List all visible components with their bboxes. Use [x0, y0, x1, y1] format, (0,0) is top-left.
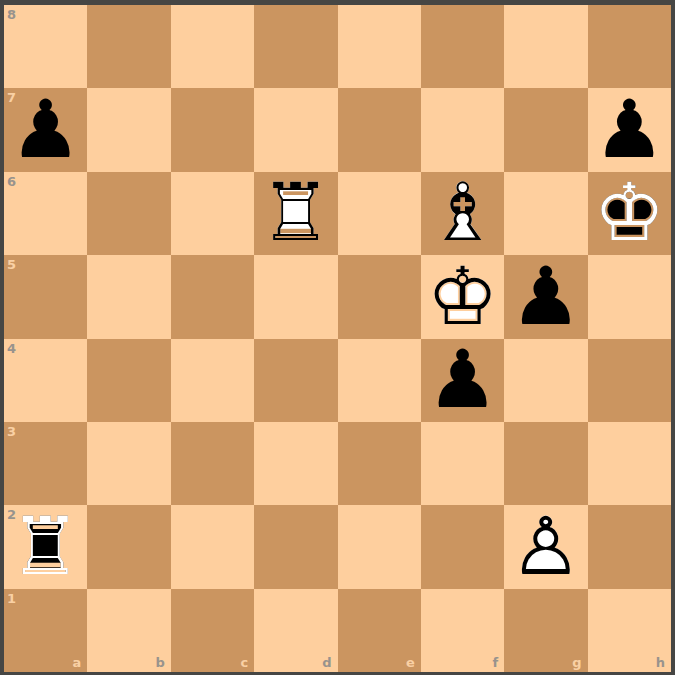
square-a3[interactable]: 3: [4, 422, 87, 505]
square-b3[interactable]: [87, 422, 170, 505]
square-g2[interactable]: ♟♙: [504, 505, 587, 588]
piece-black-pawn-a7[interactable]: ♟: [4, 88, 87, 171]
square-c6[interactable]: [171, 172, 254, 255]
file-label-c: c: [240, 656, 248, 669]
square-g5[interactable]: ♟: [504, 255, 587, 338]
file-label-d: d: [322, 656, 331, 669]
square-d4[interactable]: [254, 339, 337, 422]
square-f3[interactable]: [421, 422, 504, 505]
square-f7[interactable]: [421, 88, 504, 171]
black-king-outline-icon: ♔: [593, 173, 665, 253]
square-f6[interactable]: ♝♗: [421, 172, 504, 255]
rank-label-4: 4: [7, 342, 16, 355]
square-f1[interactable]: f: [421, 589, 504, 672]
square-h2[interactable]: [588, 505, 671, 588]
square-h4[interactable]: [588, 339, 671, 422]
square-g8[interactable]: [504, 5, 587, 88]
black-pawn-icon: ♟: [427, 340, 499, 420]
square-d5[interactable]: [254, 255, 337, 338]
square-g6[interactable]: [504, 172, 587, 255]
file-label-a: a: [73, 656, 82, 669]
piece-white-king-f5[interactable]: ♚♔: [421, 255, 504, 338]
piece-black-rook-a2[interactable]: ♜♖: [4, 505, 87, 588]
square-a8[interactable]: 8: [4, 5, 87, 88]
square-f4[interactable]: ♟: [421, 339, 504, 422]
square-h1[interactable]: h: [588, 589, 671, 672]
square-b8[interactable]: [87, 5, 170, 88]
square-h6[interactable]: ♚♔: [588, 172, 671, 255]
square-c3[interactable]: [171, 422, 254, 505]
file-label-h: h: [656, 656, 665, 669]
black-pawn-icon: ♟: [510, 257, 582, 337]
square-b5[interactable]: [87, 255, 170, 338]
square-c4[interactable]: [171, 339, 254, 422]
square-a4[interactable]: 4: [4, 339, 87, 422]
square-h8[interactable]: [588, 5, 671, 88]
rank-label-6: 6: [7, 175, 16, 188]
rank-label-1: 1: [7, 592, 16, 605]
square-b4[interactable]: [87, 339, 170, 422]
piece-white-bishop-f6[interactable]: ♝♗: [421, 172, 504, 255]
square-e7[interactable]: [338, 88, 421, 171]
file-label-b: b: [155, 656, 164, 669]
square-h3[interactable]: [588, 422, 671, 505]
black-pawn-icon: ♟: [593, 90, 665, 170]
square-h7[interactable]: ♟: [588, 88, 671, 171]
square-e6[interactable]: [338, 172, 421, 255]
square-c8[interactable]: [171, 5, 254, 88]
square-d7[interactable]: [254, 88, 337, 171]
square-c5[interactable]: [171, 255, 254, 338]
square-d1[interactable]: d: [254, 589, 337, 672]
white-king-outline-icon: ♔: [427, 257, 499, 337]
file-label-e: e: [406, 656, 415, 669]
square-a1[interactable]: 1a: [4, 589, 87, 672]
square-f8[interactable]: [421, 5, 504, 88]
square-d6[interactable]: ♜♖: [254, 172, 337, 255]
piece-black-pawn-f4[interactable]: ♟: [421, 339, 504, 422]
square-a7[interactable]: 7♟: [4, 88, 87, 171]
square-e1[interactable]: e: [338, 589, 421, 672]
black-rook-outline-icon: ♖: [10, 507, 82, 587]
square-f2[interactable]: [421, 505, 504, 588]
square-e2[interactable]: [338, 505, 421, 588]
piece-black-pawn-g5[interactable]: ♟: [504, 255, 587, 338]
square-a2[interactable]: 2♜♖: [4, 505, 87, 588]
chess-board: 87♟♟6♜♖♝♗♚♔5♚♔♟4♟32♜♖♟♙1abcdefgh: [4, 5, 671, 672]
square-d2[interactable]: [254, 505, 337, 588]
file-label-f: f: [493, 656, 499, 669]
square-b6[interactable]: [87, 172, 170, 255]
piece-white-rook-d6[interactable]: ♜♖: [254, 172, 337, 255]
square-b2[interactable]: [87, 505, 170, 588]
square-h5[interactable]: [588, 255, 671, 338]
square-d3[interactable]: [254, 422, 337, 505]
square-a5[interactable]: 5: [4, 255, 87, 338]
square-d8[interactable]: [254, 5, 337, 88]
white-bishop-outline-icon: ♗: [427, 173, 499, 253]
square-g7[interactable]: [504, 88, 587, 171]
square-e3[interactable]: [338, 422, 421, 505]
rank-label-3: 3: [7, 425, 16, 438]
square-e8[interactable]: [338, 5, 421, 88]
file-label-g: g: [572, 656, 581, 669]
square-b1[interactable]: b: [87, 589, 170, 672]
rank-label-5: 5: [7, 258, 16, 271]
white-rook-outline-icon: ♖: [260, 173, 332, 253]
square-g4[interactable]: [504, 339, 587, 422]
board-frame: 87♟♟6♜♖♝♗♚♔5♚♔♟4♟32♜♖♟♙1abcdefgh: [0, 0, 675, 675]
black-pawn-icon: ♟: [10, 90, 82, 170]
square-g1[interactable]: g: [504, 589, 587, 672]
square-a6[interactable]: 6: [4, 172, 87, 255]
rank-label-8: 8: [7, 8, 16, 21]
white-pawn-outline-icon: ♙: [510, 507, 582, 587]
square-c7[interactable]: [171, 88, 254, 171]
square-b7[interactable]: [87, 88, 170, 171]
square-e4[interactable]: [338, 339, 421, 422]
piece-black-king-h6[interactable]: ♚♔: [588, 172, 671, 255]
square-e5[interactable]: [338, 255, 421, 338]
square-f5[interactable]: ♚♔: [421, 255, 504, 338]
square-c1[interactable]: c: [171, 589, 254, 672]
square-c2[interactable]: [171, 505, 254, 588]
piece-white-pawn-g2[interactable]: ♟♙: [504, 505, 587, 588]
piece-black-pawn-h7[interactable]: ♟: [588, 88, 671, 171]
square-g3[interactable]: [504, 422, 587, 505]
